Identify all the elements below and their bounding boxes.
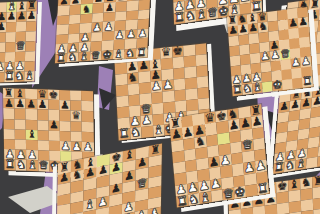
- black-pawn-icon: ♟: [117, 0, 127, 2]
- square-a4: [57, 203, 70, 214]
- square-g2: ♟: [135, 209, 148, 214]
- square-c2: ♟: [141, 115, 153, 127]
- black-knight-icon: ♞: [127, 71, 138, 84]
- black-pawn-icon: ♟: [137, 156, 147, 169]
- square-a7: ♟: [228, 26, 239, 37]
- white-pawn-icon: ♟: [210, 178, 222, 192]
- white-pawn-icon: ♟: [136, 209, 146, 214]
- square-c1: ♝: [196, 9, 207, 21]
- highlighted-square-f4: ♛: [280, 49, 291, 60]
- black-bishop-icon: ♝: [289, 178, 300, 191]
- square-g4: ♛: [15, 42, 25, 52]
- white-king-icon: ♚: [234, 185, 246, 199]
- square-h3: ♟: [82, 142, 93, 153]
- black-pawn-icon: ♟: [298, 16, 308, 28]
- square-d7: ♞: [258, 22, 269, 33]
- white-queen-icon: ♛: [222, 187, 234, 201]
- square-f1: [282, 79, 293, 90]
- square-g7: ♟: [288, 18, 299, 29]
- white-pawn-icon: ♟: [151, 80, 162, 93]
- square-e3: [109, 204, 122, 214]
- white-bishop-icon: ♝: [296, 158, 307, 170]
- square-f8: ♚: [172, 46, 184, 58]
- square-e3: [49, 141, 60, 152]
- highlighted-square-d1: [262, 81, 273, 92]
- highlighted-square-e7: ♟: [110, 162, 123, 175]
- white-rook-icon: ♜: [302, 76, 312, 88]
- square-a7: ♟: [58, 172, 71, 185]
- square-d4: ♟: [96, 196, 109, 209]
- white-rook-icon: ♜: [118, 127, 129, 140]
- square-b1: ♞: [185, 10, 196, 22]
- square-h8: ♜: [312, 175, 320, 188]
- black-pawn-icon: ♟: [111, 182, 121, 195]
- square-h7: ♟: [26, 11, 36, 21]
- square-b1: ♞: [66, 52, 78, 62]
- square-g6: [16, 22, 26, 32]
- square-b1: ♞: [130, 127, 142, 139]
- black-pawn-icon: ♟: [308, 8, 320, 22]
- white-pawn-icon: ♟: [126, 28, 136, 39]
- black-rook-icon: ♜: [150, 143, 160, 156]
- square-g3: ♟: [125, 29, 137, 39]
- white-bishop-icon: ♝: [79, 51, 89, 62]
- highlighted-square-c6: ♞: [80, 4, 92, 14]
- white-king-icon: ♚: [102, 49, 112, 60]
- square-c7: ♟: [300, 98, 312, 110]
- black-king-icon: ♚: [48, 89, 58, 100]
- square-d5: [37, 120, 48, 131]
- black-bishop-icon: ♝: [27, 129, 37, 140]
- square-e1: ♚: [272, 80, 283, 91]
- square-f7: ♟: [228, 119, 240, 132]
- square-a1: ♜: [273, 162, 285, 174]
- black-pawn-icon: ♟: [0, 21, 6, 32]
- white-rook-icon: ♜: [137, 47, 147, 58]
- square-g3: ♟: [71, 141, 82, 152]
- square-b7: ♟: [14, 99, 25, 110]
- square-f8: ♝: [123, 149, 136, 162]
- black-pawn-icon: ♟: [138, 59, 149, 72]
- black-pawn-icon: ♟: [71, 0, 81, 5]
- white-pawn-icon: ♟: [115, 29, 125, 40]
- square-g1: ♞: [124, 48, 136, 58]
- square-h7: [82, 101, 93, 112]
- black-pawn-icon: ♟: [6, 11, 16, 22]
- white-rook-icon: ♜: [274, 161, 285, 173]
- white-bishop-icon: ♝: [84, 198, 94, 211]
- square-c1: [141, 126, 153, 138]
- square-f1: ♚: [234, 186, 246, 199]
- black-pawn-icon: ♟: [15, 98, 25, 109]
- chess-board-right-center: ♜♞♝♛♟♟♟♞♟♟♟♟♟♛♟♟♟♟♟♜♞♝♚♜: [226, 6, 314, 97]
- square-a1: ♜: [4, 159, 15, 170]
- square-f3: ♟: [60, 141, 71, 152]
- white-knight-icon: ♞: [185, 10, 196, 23]
- square-e8: ♛: [160, 47, 172, 59]
- square-h1: ♝: [24, 71, 34, 81]
- square-g7: ♟: [136, 157, 149, 170]
- square-c6: ♞: [194, 136, 206, 149]
- black-pawn-icon: ♟: [290, 99, 301, 111]
- black-knight-icon: ♞: [301, 176, 312, 189]
- square-d4: [37, 130, 48, 141]
- square-f3: ♟: [113, 30, 125, 40]
- square-d7: ♟: [264, 193, 276, 206]
- square-f7: ♟: [59, 100, 70, 111]
- square-b4: [15, 129, 26, 140]
- square-d7: ♟: [311, 96, 320, 108]
- square-f5: [289, 212, 301, 214]
- white-rook-icon: ♜: [174, 11, 185, 24]
- square-d1: ♛: [89, 50, 101, 60]
- square-b1: ♞: [15, 160, 26, 171]
- square-h6: [26, 21, 36, 31]
- square-d3: [37, 140, 48, 151]
- black-pawn-icon: ♟: [111, 161, 121, 174]
- white-rook-icon: ♜: [257, 181, 269, 195]
- square-d6: [37, 110, 48, 121]
- black-king-icon: ♚: [215, 109, 227, 123]
- square-b1: ♞: [242, 84, 253, 95]
- white-bishop-icon: ♝: [196, 8, 207, 21]
- square-g5: ♛: [135, 178, 148, 191]
- white-pawn-icon: ♟: [83, 141, 93, 152]
- black-queen-icon: ♛: [71, 110, 81, 121]
- square-e4: ♟: [102, 21, 114, 31]
- square-h5: [313, 208, 320, 214]
- square-d2: ♟: [210, 178, 222, 191]
- square-a7: ♟: [58, 0, 70, 6]
- square-h6: [82, 111, 93, 122]
- square-h1: ♜: [302, 76, 313, 87]
- black-knight-icon: ♞: [82, 3, 92, 14]
- square-f1: ♝: [112, 49, 124, 59]
- white-knight-icon: ♞: [242, 83, 252, 95]
- square-g3: ♟: [243, 162, 255, 175]
- black-queen-icon: ♛: [204, 111, 216, 125]
- black-queen-icon: ♛: [160, 46, 171, 59]
- square-g1: [245, 184, 257, 197]
- square-a6: [3, 108, 14, 119]
- black-pawn-icon: ♟: [49, 119, 59, 130]
- square-b6: ♞: [127, 72, 139, 84]
- black-pawn-icon: ♟: [228, 118, 240, 132]
- white-bishop-icon: ♝: [153, 124, 164, 137]
- white-pawn-icon: ♟: [104, 20, 114, 31]
- square-a1: ♜: [55, 53, 67, 63]
- black-pawn-icon: ♟: [59, 0, 69, 6]
- square-b7: ♟: [238, 24, 249, 35]
- black-knight-icon: ♞: [72, 169, 82, 182]
- square-h7: ♟: [251, 115, 263, 128]
- square-a1: ♜: [118, 128, 130, 140]
- square-a7: ♟: [278, 101, 290, 113]
- square-c1: ♝: [252, 83, 263, 94]
- square-c1: ♝: [199, 191, 211, 204]
- square-b7: ♟: [182, 126, 194, 139]
- square-e6: [277, 202, 289, 214]
- white-bishop-icon: ♝: [252, 82, 262, 94]
- square-f6: ♟: [122, 170, 135, 183]
- white-pawn-icon: ♟: [141, 114, 152, 127]
- square-b1: ♞: [284, 160, 296, 172]
- square-c7: ♟: [308, 9, 320, 22]
- square-g7: ♟: [239, 117, 251, 130]
- white-queen-icon: ♛: [91, 50, 101, 61]
- square-a4: [4, 129, 15, 140]
- square-h2: ♟: [148, 207, 161, 214]
- square-d4: ♟: [91, 22, 103, 32]
- white-pawn-icon: ♟: [270, 50, 280, 62]
- black-pawn-icon: ♟: [288, 17, 298, 29]
- black-bishop-icon: ♝: [124, 148, 134, 161]
- square-d1: ♛: [207, 7, 218, 19]
- square-d4: [315, 41, 320, 54]
- chess-board-bottom-right: ♜♛♚♞♜♟♟♟♟♟♟♞♛♟♟♟♟♟♟♟♟♜♞♝♛♚♜: [168, 103, 270, 209]
- square-h5: [82, 121, 93, 132]
- white-bishop-icon: ♝: [24, 70, 34, 81]
- white-pawn-icon: ♟: [92, 21, 102, 32]
- white-rook-icon: ♜: [5, 159, 15, 170]
- square-c1: ♝: [295, 159, 307, 171]
- square-e4: [48, 130, 59, 141]
- black-pawn-icon: ♟: [128, 0, 138, 1]
- white-queen-icon: ♛: [137, 177, 147, 190]
- square-e1: ♚: [101, 50, 113, 60]
- square-g5: ♛: [241, 139, 253, 152]
- square-e8: ♚: [215, 110, 227, 123]
- square-g3: ♟: [291, 58, 302, 69]
- square-f2: ♟: [122, 212, 135, 214]
- square-f5: [59, 121, 70, 132]
- square-d1: ♝: [153, 125, 165, 137]
- square-f6: [6, 22, 16, 32]
- black-pawn-icon: ♟: [238, 24, 248, 36]
- square-f4: [5, 42, 15, 52]
- square-h4: [25, 41, 35, 51]
- square-e8: ♚: [276, 180, 288, 193]
- square-e4: ♟: [270, 50, 281, 61]
- white-knight-icon: ♞: [285, 160, 296, 172]
- square-c7: ♟: [138, 60, 150, 72]
- square-b7: ♞: [71, 169, 84, 182]
- black-pawn-icon: ♟: [301, 97, 312, 109]
- square-c4: ♝: [83, 198, 96, 211]
- square-h5: [26, 31, 36, 41]
- square-a1: ♜: [176, 195, 188, 208]
- black-pawn-icon: ♟: [279, 101, 290, 113]
- square-e5: ♟: [162, 80, 174, 92]
- white-queen-icon: ♛: [280, 48, 290, 60]
- chess-collage-illustration: ♝♝♜♟♟♟♟♟♛♟♟♟♜♞♝♜♝♛♚♝♜♟♟♟♟♟♟♞♟♟♟♟♟♟♟♟♟♟♜♞…: [0, 0, 320, 214]
- square-c6: [26, 109, 37, 120]
- square-c1: ♝: [78, 51, 90, 61]
- white-pawn-icon: ♟: [123, 211, 133, 214]
- square-a5: [4, 119, 15, 130]
- square-a1: ♜: [232, 85, 243, 96]
- white-knight-icon: ♞: [188, 192, 200, 206]
- highlighted-square-c4: ♝: [26, 130, 37, 141]
- square-c7: ♟: [248, 23, 259, 34]
- black-pawn-icon: ♟: [248, 22, 258, 34]
- square-c7: ♟: [26, 99, 37, 110]
- black-king-icon: ♚: [277, 180, 288, 193]
- square-g6: ♛: [70, 111, 81, 122]
- white-rook-icon: ♜: [176, 194, 188, 208]
- square-h3: ♟: [136, 28, 148, 38]
- square-g8: ♞: [300, 177, 312, 190]
- black-king-icon: ♚: [172, 45, 183, 58]
- square-h8: [81, 91, 92, 102]
- black-pawn-icon: ♟: [182, 125, 194, 139]
- square-h3: ♟: [301, 57, 312, 68]
- black-pawn-icon: ♟: [239, 116, 251, 130]
- square-d5: ♟: [150, 81, 162, 93]
- white-rook-icon: ♜: [232, 84, 242, 96]
- square-c7: ♟: [84, 167, 97, 180]
- square-d4: ♟: [260, 52, 271, 63]
- white-bishop-icon: ♝: [199, 190, 211, 204]
- black-pawn-icon: ♟: [60, 99, 70, 110]
- black-pawn-icon: ♟: [59, 171, 69, 184]
- white-bishop-icon: ♝: [27, 159, 37, 170]
- square-g5: [71, 121, 82, 132]
- square-e6: ♟: [0, 22, 6, 32]
- square-d7: ♟: [97, 164, 110, 177]
- black-pawn-icon: ♟: [228, 25, 238, 37]
- square-d1: ♛: [38, 161, 49, 172]
- square-h3: [25, 51, 35, 61]
- square-b6: [15, 109, 26, 120]
- square-b5: [15, 119, 26, 130]
- square-e4: ♟: [219, 154, 231, 167]
- square-g1: ♞: [14, 72, 24, 82]
- black-rook-icon: ♜: [313, 175, 320, 188]
- white-pawn-icon: ♟: [97, 195, 107, 208]
- black-pawn-icon: ♟: [26, 10, 36, 21]
- square-f8: ♝: [288, 179, 300, 192]
- white-knight-icon: ♞: [125, 47, 135, 58]
- square-f7: ♟: [6, 12, 16, 22]
- black-pawn-icon: ♟: [124, 169, 134, 182]
- white-pawn-icon: ♟: [60, 140, 70, 151]
- square-h3: ♟: [255, 160, 267, 173]
- white-king-icon: ♚: [272, 79, 282, 91]
- black-pawn-icon: ♟: [251, 115, 263, 129]
- white-rook-icon: ♜: [4, 71, 14, 82]
- black-knight-icon: ♞: [194, 135, 206, 149]
- square-g7: ♟: [16, 12, 26, 22]
- square-g8: [70, 90, 81, 101]
- chess-board-right-middle: ♜♞♝♟♟♟♟♟♟♟♜♞♝: [272, 78, 320, 175]
- square-d7: ♟: [37, 99, 48, 110]
- black-pawn-icon: ♟: [208, 155, 220, 169]
- black-pawn-icon: ♟: [85, 166, 95, 179]
- white-knight-icon: ♞: [14, 71, 24, 82]
- square-e1: ♛: [222, 188, 234, 201]
- chess-board-top-center: ♜♝♛♚♝♜♟♟♟♟♟♟♞♟♟♟♟♟♟♟♟♟♟♜♞♝♛♚♝♞♜: [54, 0, 152, 64]
- square-d4: ♟: [208, 156, 220, 169]
- black-pawn-icon: ♟: [37, 99, 47, 110]
- white-pawn-icon: ♟: [162, 79, 173, 92]
- square-h1: ♜: [257, 182, 269, 195]
- square-e5: ♟: [109, 183, 122, 196]
- square-h1: ♜: [135, 47, 147, 57]
- white-pawn-icon: ♟: [301, 56, 311, 68]
- white-queen-icon: ♛: [15, 41, 25, 52]
- white-knight-icon: ♞: [130, 126, 141, 139]
- white-queen-icon: ♛: [241, 139, 253, 153]
- square-a7: ♟: [3, 98, 14, 109]
- white-pawn-icon: ♟: [260, 51, 270, 63]
- white-pawn-icon: ♟: [138, 27, 148, 38]
- square-g1: [292, 78, 303, 89]
- square-e5: ♟: [48, 120, 59, 131]
- black-pawn-icon: ♟: [312, 95, 320, 107]
- square-d5: [316, 30, 320, 43]
- square-a1: ♜: [174, 12, 185, 24]
- black-pawn-icon: ♟: [26, 98, 36, 109]
- black-pawn-icon: ♟: [98, 164, 108, 177]
- white-rook-icon: ♜: [56, 52, 66, 63]
- chess-board-top-left: ♝♝♜♟♟♟♟♟♛♟♟♟♜♞♝: [0, 0, 38, 85]
- square-d8: ♛: [204, 112, 216, 125]
- square-e6: ♟: [103, 2, 115, 12]
- white-pawn-icon: ♟: [255, 159, 267, 173]
- square-e7: [48, 100, 59, 111]
- white-pawn-icon: ♟: [149, 206, 159, 214]
- black-pawn-icon: ♟: [4, 97, 14, 108]
- square-a7: ♟: [170, 128, 182, 141]
- square-h8: ♜: [149, 144, 162, 157]
- square-b7: ♟: [289, 100, 301, 112]
- square-h7: ♟: [298, 17, 309, 28]
- white-pawn-icon: ♟: [72, 141, 82, 152]
- square-f5: [6, 32, 16, 42]
- square-g5: [301, 210, 313, 214]
- black-pawn-icon: ♟: [16, 11, 26, 22]
- white-knight-icon: ♞: [16, 159, 26, 170]
- white-bishop-icon: ♝: [114, 48, 124, 59]
- white-pawn-icon: ♟: [219, 153, 231, 167]
- square-c1: ♝: [27, 160, 38, 171]
- white-queen-icon: ♛: [38, 160, 48, 171]
- square-b7: ♟: [69, 0, 81, 5]
- square-f1: ♜: [4, 72, 14, 82]
- square-f6: [59, 110, 70, 121]
- white-pawn-icon: ♟: [291, 57, 301, 69]
- white-pawn-icon: ♟: [243, 161, 255, 175]
- white-queen-icon: ♛: [207, 6, 218, 19]
- black-pawn-icon: ♟: [105, 1, 115, 12]
- square-b1: ♞: [188, 193, 200, 206]
- square-d3: [314, 53, 320, 66]
- white-knight-icon: ♞: [68, 51, 78, 62]
- square-e8: ♚: [48, 90, 59, 101]
- black-pawn-icon: ♟: [170, 127, 182, 141]
- black-pawn-icon: ♟: [94, 0, 104, 3]
- black-knight-icon: ♞: [258, 21, 268, 33]
